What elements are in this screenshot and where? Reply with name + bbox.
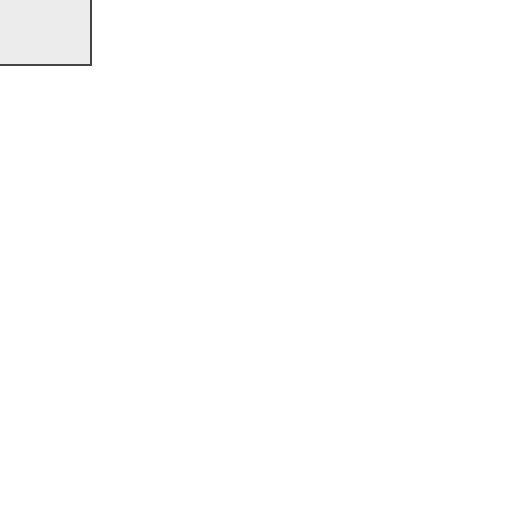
corner-watermark <box>0 0 92 66</box>
nonogram-puzzle-page <box>0 0 509 530</box>
